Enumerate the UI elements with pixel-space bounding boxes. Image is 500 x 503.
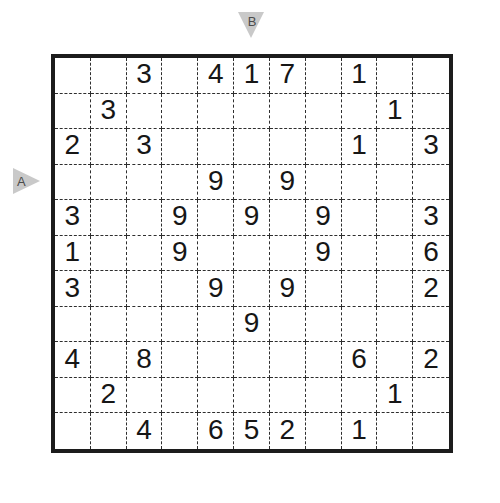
cell-r11c8[interactable] — [306, 413, 342, 449]
cell-r5c1[interactable]: 3 — [55, 200, 91, 236]
cell-r11c7[interactable]: 2 — [270, 413, 306, 449]
cell-r5c4[interactable]: 9 — [162, 200, 198, 236]
cell-r6c8[interactable]: 9 — [306, 236, 342, 272]
cell-r1c3[interactable]: 3 — [127, 58, 163, 94]
cell-r1c11[interactable] — [413, 58, 449, 94]
cell-r8c1[interactable] — [55, 307, 91, 343]
cell-r11c10[interactable] — [377, 413, 413, 449]
cell-r3c10[interactable] — [377, 129, 413, 165]
cell-r5c11[interactable]: 3 — [413, 200, 449, 236]
clue-number: 3 — [65, 274, 81, 302]
cell-r8c6[interactable]: 9 — [234, 307, 270, 343]
cell-r7c4[interactable] — [162, 271, 198, 307]
cell-r6c7[interactable] — [270, 236, 306, 272]
cell-r6c6[interactable] — [234, 236, 270, 272]
cell-r9c11[interactable]: 2 — [413, 342, 449, 378]
cell-r11c3[interactable]: 4 — [127, 413, 163, 449]
cell-r8c11[interactable] — [413, 307, 449, 343]
cell-r3c8[interactable] — [306, 129, 342, 165]
clue-number: 2 — [280, 416, 296, 444]
cell-r11c6[interactable]: 5 — [234, 413, 270, 449]
cell-r6c10[interactable] — [377, 236, 413, 272]
cell-r4c6[interactable] — [234, 165, 270, 201]
clue-number: 2 — [65, 131, 81, 159]
cell-r3c5[interactable] — [198, 129, 234, 165]
cell-r2c9[interactable] — [342, 94, 378, 130]
cell-r11c4[interactable] — [162, 413, 198, 449]
cell-r10c2[interactable]: 2 — [91, 378, 127, 414]
clue-number: 4 — [136, 416, 152, 444]
cell-r4c2[interactable] — [91, 165, 127, 201]
cell-r4c9[interactable] — [342, 165, 378, 201]
clue-number: 9 — [315, 238, 331, 266]
cell-r8c10[interactable] — [377, 307, 413, 343]
clue-number: 4 — [65, 345, 81, 373]
clue-number: 6 — [351, 345, 367, 373]
cell-r8c8[interactable] — [306, 307, 342, 343]
cell-r2c5[interactable] — [198, 94, 234, 130]
cell-r1c8[interactable] — [306, 58, 342, 94]
cell-r5c8[interactable]: 9 — [306, 200, 342, 236]
cell-r1c10[interactable] — [377, 58, 413, 94]
cell-r3c4[interactable] — [162, 129, 198, 165]
clue-number: 9 — [172, 238, 188, 266]
clue-number: 1 — [387, 380, 403, 408]
cell-r7c10[interactable] — [377, 271, 413, 307]
cell-r9c5[interactable] — [198, 342, 234, 378]
cell-r10c10[interactable]: 1 — [377, 378, 413, 414]
cell-r7c8[interactable] — [306, 271, 342, 307]
clue-number: 1 — [351, 60, 367, 88]
cell-r3c2[interactable] — [91, 129, 127, 165]
cell-r6c1[interactable]: 1 — [55, 236, 91, 272]
cell-r2c7[interactable] — [270, 94, 306, 130]
cell-r4c4[interactable] — [162, 165, 198, 201]
cell-r7c5[interactable]: 9 — [198, 271, 234, 307]
cell-r6c3[interactable] — [127, 236, 163, 272]
cell-r8c5[interactable] — [198, 307, 234, 343]
cell-r4c1[interactable] — [55, 165, 91, 201]
cell-r5c3[interactable] — [127, 200, 163, 236]
cell-r7c3[interactable] — [127, 271, 163, 307]
column-marker-b: B — [238, 12, 264, 38]
cell-r9c8[interactable] — [306, 342, 342, 378]
cell-r6c4[interactable]: 9 — [162, 236, 198, 272]
cell-r2c1[interactable] — [55, 94, 91, 130]
cell-r1c9[interactable]: 1 — [342, 58, 378, 94]
clue-number: 9 — [280, 274, 296, 302]
cell-r7c7[interactable]: 9 — [270, 271, 306, 307]
cell-r10c8[interactable] — [306, 378, 342, 414]
cell-r11c2[interactable] — [91, 413, 127, 449]
cell-r2c2[interactable]: 3 — [91, 94, 127, 130]
cell-r5c2[interactable] — [91, 200, 127, 236]
cell-r8c4[interactable] — [162, 307, 198, 343]
cell-r10c11[interactable] — [413, 378, 449, 414]
clue-number: 3 — [100, 96, 116, 124]
clue-number: 2 — [423, 345, 439, 373]
row-marker-a: A — [13, 168, 40, 194]
clue-number: 3 — [136, 131, 152, 159]
cell-r1c2[interactable] — [91, 58, 127, 94]
cell-r11c1[interactable] — [55, 413, 91, 449]
cell-r10c5[interactable] — [198, 378, 234, 414]
cell-r7c1[interactable]: 3 — [55, 271, 91, 307]
cell-r9c6[interactable] — [234, 342, 270, 378]
clue-number: 3 — [136, 60, 152, 88]
cell-r1c4[interactable] — [162, 58, 198, 94]
clue-number: 1 — [351, 416, 367, 444]
cell-r4c8[interactable] — [306, 165, 342, 201]
cell-r10c6[interactable] — [234, 378, 270, 414]
clue-number: 9 — [208, 167, 224, 195]
cell-r10c4[interactable] — [162, 378, 198, 414]
clue-number: 7 — [280, 60, 296, 88]
cell-r9c4[interactable] — [162, 342, 198, 378]
cell-r6c5[interactable] — [198, 236, 234, 272]
cell-r9c10[interactable] — [377, 342, 413, 378]
cell-r9c7[interactable] — [270, 342, 306, 378]
clue-number: 8 — [136, 345, 152, 373]
cell-r8c7[interactable] — [270, 307, 306, 343]
clue-number: 4 — [208, 60, 224, 88]
cell-r1c5[interactable]: 4 — [198, 58, 234, 94]
clue-number: 3 — [423, 202, 439, 230]
cell-r7c2[interactable] — [91, 271, 127, 307]
clue-number: 5 — [244, 416, 260, 444]
cell-r8c2[interactable] — [91, 307, 127, 343]
cell-r2c3[interactable] — [127, 94, 163, 130]
cell-r2c4[interactable] — [162, 94, 198, 130]
clue-number: 1 — [351, 131, 367, 159]
cell-r2c8[interactable] — [306, 94, 342, 130]
clue-number: 9 — [244, 202, 260, 230]
cell-r4c5[interactable]: 9 — [198, 165, 234, 201]
cell-r8c9[interactable] — [342, 307, 378, 343]
clue-number: 1 — [387, 96, 403, 124]
cell-r5c10[interactable] — [377, 200, 413, 236]
cell-r5c9[interactable] — [342, 200, 378, 236]
cell-r3c6[interactable] — [234, 129, 270, 165]
clue-number: 9 — [172, 202, 188, 230]
cell-r2c6[interactable] — [234, 94, 270, 130]
clue-number: 9 — [315, 202, 331, 230]
cell-r9c2[interactable] — [91, 342, 127, 378]
clue-number: 3 — [65, 202, 81, 230]
cell-r2c10[interactable]: 1 — [377, 94, 413, 130]
cell-r9c3[interactable]: 8 — [127, 342, 163, 378]
cell-r3c7[interactable] — [270, 129, 306, 165]
cell-r4c3[interactable] — [127, 165, 163, 201]
puzzle-grid: 34171312313993999319963992948622146521 — [51, 54, 453, 453]
cell-r7c11[interactable]: 2 — [413, 271, 449, 307]
cell-r6c2[interactable] — [91, 236, 127, 272]
cell-r4c10[interactable] — [377, 165, 413, 201]
cell-r8c3[interactable] — [127, 307, 163, 343]
cell-r10c7[interactable] — [270, 378, 306, 414]
clue-number: 3 — [423, 131, 439, 159]
cell-r1c7[interactable]: 7 — [270, 58, 306, 94]
cell-r5c5[interactable] — [198, 200, 234, 236]
clue-number: 1 — [244, 60, 260, 88]
cell-r10c9[interactable] — [342, 378, 378, 414]
cell-r11c9[interactable]: 1 — [342, 413, 378, 449]
cell-r4c11[interactable] — [413, 165, 449, 201]
cell-r1c1[interactable] — [55, 58, 91, 94]
cell-r11c5[interactable]: 6 — [198, 413, 234, 449]
clue-number: 6 — [423, 238, 439, 266]
clue-number: 2 — [100, 380, 116, 408]
cell-r7c9[interactable] — [342, 271, 378, 307]
cell-r6c11[interactable]: 6 — [413, 236, 449, 272]
column-marker-b-label: B — [248, 15, 257, 28]
clue-number: 2 — [423, 274, 439, 302]
clue-number: 9 — [208, 274, 224, 302]
cell-r7c6[interactable] — [234, 271, 270, 307]
cell-r3c11[interactable]: 3 — [413, 129, 449, 165]
clue-number: 9 — [280, 167, 296, 195]
cell-r4c7[interactable]: 9 — [270, 165, 306, 201]
cell-r6c9[interactable] — [342, 236, 378, 272]
row-marker-a-label: A — [17, 175, 26, 188]
cell-r5c6[interactable]: 9 — [234, 200, 270, 236]
cell-r9c9[interactable]: 6 — [342, 342, 378, 378]
cell-r2c11[interactable] — [413, 94, 449, 130]
clue-number: 6 — [208, 416, 224, 444]
cell-r3c1[interactable]: 2 — [55, 129, 91, 165]
cell-r3c9[interactable]: 1 — [342, 129, 378, 165]
cell-r11c11[interactable] — [413, 413, 449, 449]
cell-r3c3[interactable]: 3 — [127, 129, 163, 165]
cell-r9c1[interactable]: 4 — [55, 342, 91, 378]
cell-r10c3[interactable] — [127, 378, 163, 414]
cell-r5c7[interactable] — [270, 200, 306, 236]
cell-r1c6[interactable]: 1 — [234, 58, 270, 94]
cell-r10c1[interactable] — [55, 378, 91, 414]
clue-number: 9 — [244, 309, 260, 337]
clue-number: 1 — [65, 238, 81, 266]
